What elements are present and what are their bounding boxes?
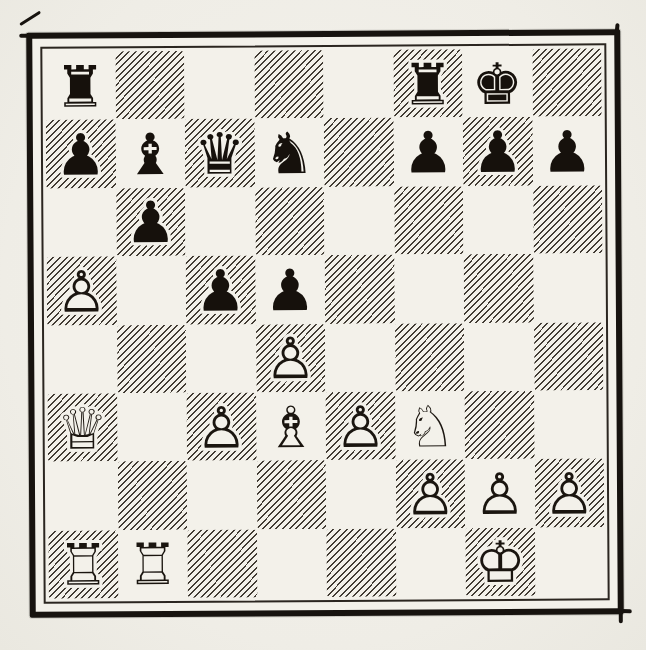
square-c4[interactable] [186,324,256,393]
square-a1[interactable]: ♜♖ [48,530,118,599]
square-f2[interactable]: ♟♙ [395,459,465,528]
square-a5[interactable]: ♟♙ [47,256,117,325]
square-e1[interactable] [326,528,396,597]
square-c8[interactable] [184,50,254,119]
square-f6[interactable] [394,186,464,255]
square-c5[interactable]: ♟♟ [186,256,256,325]
square-c6[interactable] [185,187,255,256]
black-pawn-piece: ♟ [55,126,106,183]
square-b6[interactable]: ♟♟ [116,188,186,257]
board-outer-border: ♜♜♜♜♚♚♟♟♝♝♛♛♞♞♟♟♟♟♟♟♟♟♟♙♟♟♟♟♟♙♛♕♟♙♝♗♟♙♞♘… [26,29,624,618]
square-g7[interactable]: ♟♟ [463,117,533,186]
square-f1[interactable] [396,528,466,597]
square-g1[interactable]: ♚♔ [465,527,535,596]
paper-background: { "game": "chess", "diagram_style": "vin… [0,0,646,650]
square-a2[interactable] [48,462,118,531]
white-pawn-piece: ♙ [405,466,456,523]
square-a4[interactable] [47,325,117,394]
square-g5[interactable] [464,254,534,323]
black-king-piece: ♚ [472,55,523,112]
white-queen-piece: ♕ [57,400,108,457]
white-knight-piece: ♘ [404,398,455,455]
black-queen-piece: ♛ [194,126,245,183]
white-pawn-piece: ♙ [196,399,247,456]
square-c3[interactable]: ♟♙ [186,392,256,461]
black-pawn-piece: ♟ [472,124,523,181]
square-b7[interactable]: ♝♝ [115,119,185,188]
square-a8[interactable]: ♜♜ [45,51,115,120]
square-f5[interactable] [394,254,464,323]
square-a6[interactable] [46,188,116,257]
square-d8[interactable] [254,50,324,119]
black-pawn-piece: ♟ [541,123,592,180]
square-e3[interactable]: ♟♙ [325,391,395,460]
square-e8[interactable] [323,50,393,119]
square-b2[interactable] [117,461,187,530]
black-bishop-piece: ♝ [124,126,175,183]
square-d6[interactable] [255,187,325,256]
white-rook-piece: ♖ [127,536,178,593]
square-f3[interactable]: ♞♘ [395,391,465,460]
square-b8[interactable] [115,51,185,120]
square-d2[interactable] [256,460,326,529]
white-pawn-piece: ♙ [474,466,525,523]
square-h1[interactable] [535,527,605,596]
white-pawn-piece: ♙ [544,465,595,522]
square-a3[interactable]: ♛♕ [47,393,117,462]
square-e7[interactable] [324,118,394,187]
square-d4[interactable]: ♟♙ [256,324,326,393]
black-pawn-piece: ♟ [125,194,176,251]
white-pawn-piece: ♙ [335,398,386,455]
square-b5[interactable] [116,256,186,325]
square-c7[interactable]: ♛♛ [185,119,255,188]
square-a7[interactable]: ♟♟ [46,120,116,189]
chess-board: ♜♜♜♜♚♚♟♟♝♝♛♛♞♞♟♟♟♟♟♟♟♟♟♙♟♟♟♟♟♙♛♕♟♙♝♗♟♙♞♘… [45,48,604,598]
square-d1[interactable] [257,529,327,598]
square-d5[interactable]: ♟♟ [255,255,325,324]
square-h2[interactable]: ♟♙ [534,459,604,528]
black-pawn-piece: ♟ [195,262,246,319]
square-g4[interactable] [464,322,534,391]
square-f4[interactable] [394,323,464,392]
square-b1[interactable]: ♜♖ [118,529,188,598]
black-pawn-piece: ♟ [264,262,315,319]
square-b3[interactable] [117,393,187,462]
square-e5[interactable] [325,255,395,324]
square-g6[interactable] [463,185,533,254]
square-d7[interactable]: ♞♞ [254,118,324,187]
square-h5[interactable] [533,253,603,322]
black-knight-piece: ♞ [263,125,314,182]
square-h4[interactable] [533,322,603,391]
square-h3[interactable] [534,390,604,459]
square-b4[interactable] [117,324,187,393]
square-f8[interactable]: ♜♜ [393,49,463,118]
board-frame: ♜♜♜♜♚♚♟♟♝♝♛♛♞♞♟♟♟♟♟♟♟♟♟♙♟♟♟♟♟♙♛♕♟♙♝♗♟♙♞♘… [26,29,624,618]
white-bishop-piece: ♗ [265,399,316,456]
square-d3[interactable]: ♝♗ [256,392,326,461]
square-c1[interactable] [187,529,257,598]
square-e4[interactable] [325,323,395,392]
square-h8[interactable] [532,48,602,117]
square-g3[interactable] [464,391,534,460]
square-f7[interactable]: ♟♟ [393,118,463,187]
square-h7[interactable]: ♟♟ [532,117,602,186]
black-rook-piece: ♜ [402,56,453,113]
black-pawn-piece: ♟ [402,124,453,181]
square-c2[interactable] [187,461,257,530]
square-g8[interactable]: ♚♚ [462,49,532,118]
white-pawn-piece: ♙ [265,330,316,387]
square-g2[interactable]: ♟♙ [465,459,535,528]
square-h6[interactable] [533,185,603,254]
white-rook-piece: ♖ [57,537,108,594]
square-e6[interactable] [324,186,394,255]
white-king-piece: ♔ [474,534,525,591]
frame-overshoot-stroke [19,11,41,26]
black-rook-piece: ♜ [55,58,106,115]
white-pawn-piece: ♙ [56,263,107,320]
square-e2[interactable] [326,460,396,529]
board-inner-border: ♜♜♜♜♚♚♟♟♝♝♛♛♞♞♟♟♟♟♟♟♟♟♟♙♟♟♟♟♟♙♛♕♟♙♝♗♟♙♞♘… [40,43,609,603]
